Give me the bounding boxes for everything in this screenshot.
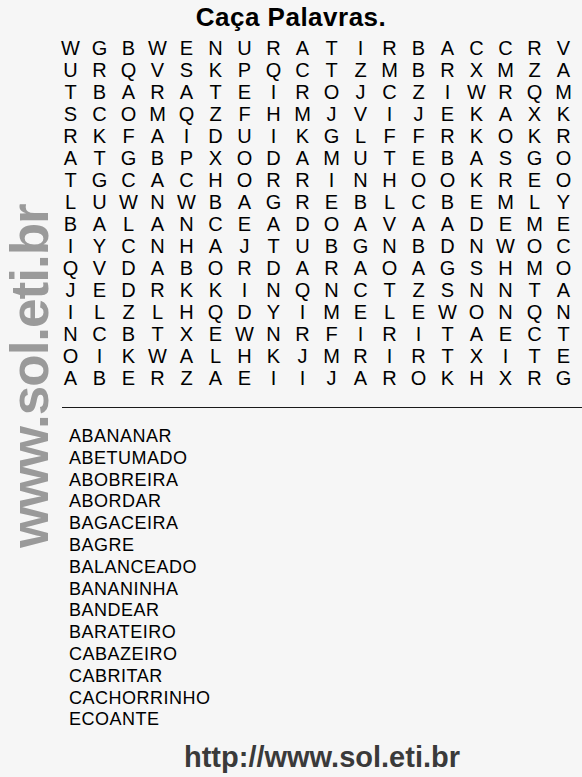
grid-cell-r3c5[interactable]: A bbox=[172, 81, 201, 103]
grid-cell-r10c3[interactable]: C bbox=[114, 235, 143, 257]
grid-cell-r11c10[interactable]: R bbox=[317, 257, 346, 279]
grid-cell-r3c11[interactable]: J bbox=[346, 81, 375, 103]
grid-cell-r13c1[interactable]: I bbox=[56, 301, 85, 323]
grid-cell-r13c17[interactable]: Q bbox=[520, 301, 549, 323]
grid-cell-r7c5[interactable]: C bbox=[172, 169, 201, 191]
grid-cell-r2c8[interactable]: Q bbox=[259, 59, 288, 81]
grid-cell-r2c7[interactable]: P bbox=[230, 59, 259, 81]
grid-cell-r4c12[interactable]: I bbox=[375, 103, 404, 125]
grid-cell-r12c14[interactable]: S bbox=[433, 279, 462, 301]
grid-cell-r12c3[interactable]: D bbox=[114, 279, 143, 301]
grid-cell-r12c16[interactable]: N bbox=[491, 279, 520, 301]
grid-cell-r11c4[interactable]: A bbox=[143, 257, 172, 279]
grid-cell-r3c4[interactable]: R bbox=[143, 81, 172, 103]
grid-cell-r9c4[interactable]: A bbox=[143, 213, 172, 235]
grid-cell-r6c10[interactable]: M bbox=[317, 147, 346, 169]
grid-cell-r16c18[interactable]: G bbox=[549, 367, 578, 389]
grid-cell-r11c11[interactable]: A bbox=[346, 257, 375, 279]
grid-cell-r16c4[interactable]: R bbox=[143, 367, 172, 389]
grid-cell-r13c6[interactable]: Q bbox=[201, 301, 230, 323]
grid-cell-r13c9[interactable]: I bbox=[288, 301, 317, 323]
grid-cell-r11c7[interactable]: R bbox=[230, 257, 259, 279]
grid-cell-r11c17[interactable]: M bbox=[520, 257, 549, 279]
grid-cell-r2c6[interactable]: K bbox=[201, 59, 230, 81]
grid-cell-r15c13[interactable]: R bbox=[404, 345, 433, 367]
grid-cell-r4c7[interactable]: F bbox=[230, 103, 259, 125]
grid-cell-r14c13[interactable]: I bbox=[404, 323, 433, 345]
grid-cell-r12c1[interactable]: J bbox=[56, 279, 85, 301]
grid-cell-r7c8[interactable]: R bbox=[259, 169, 288, 191]
grid-cell-r10c13[interactable]: B bbox=[404, 235, 433, 257]
grid-cell-r13c4[interactable]: L bbox=[143, 301, 172, 323]
grid-cell-r9c14[interactable]: A bbox=[433, 213, 462, 235]
grid-cell-r10c16[interactable]: W bbox=[491, 235, 520, 257]
grid-cell-r12c18[interactable]: A bbox=[549, 279, 578, 301]
grid-cell-r6c13[interactable]: E bbox=[404, 147, 433, 169]
grid-cell-r4c15[interactable]: K bbox=[462, 103, 491, 125]
grid-cell-r11c13[interactable]: A bbox=[404, 257, 433, 279]
grid-cell-r11c5[interactable]: B bbox=[172, 257, 201, 279]
grid-cell-r5c4[interactable]: A bbox=[143, 125, 172, 147]
word-list-item: ABORDAR bbox=[69, 491, 211, 513]
grid-cell-r2c14[interactable]: R bbox=[433, 59, 462, 81]
grid-cell-r3c8[interactable]: I bbox=[259, 81, 288, 103]
grid-cell-r3c16[interactable]: R bbox=[491, 81, 520, 103]
grid-cell-r12c15[interactable]: N bbox=[462, 279, 491, 301]
grid-cell-r6c11[interactable]: U bbox=[346, 147, 375, 169]
grid-cell-r5c12[interactable]: F bbox=[375, 125, 404, 147]
grid-cell-r8c3[interactable]: W bbox=[114, 191, 143, 213]
grid-cell-r13c11[interactable]: E bbox=[346, 301, 375, 323]
grid-cell-r6c17[interactable]: G bbox=[520, 147, 549, 169]
grid-cell-r12c5[interactable]: K bbox=[172, 279, 201, 301]
grid-cell-r1c6[interactable]: N bbox=[201, 37, 230, 59]
grid-cell-r14c16[interactable]: E bbox=[491, 323, 520, 345]
grid-cell-r9c7[interactable]: E bbox=[230, 213, 259, 235]
grid-cell-r14c17[interactable]: C bbox=[520, 323, 549, 345]
grid-cell-r9c15[interactable]: D bbox=[462, 213, 491, 235]
grid-cell-r1c2[interactable]: G bbox=[85, 37, 114, 59]
grid-cell-r9c5[interactable]: N bbox=[172, 213, 201, 235]
grid-cell-r9c16[interactable]: E bbox=[491, 213, 520, 235]
grid-cell-r12c8[interactable]: N bbox=[259, 279, 288, 301]
grid-cell-r15c2[interactable]: I bbox=[85, 345, 114, 367]
grid-cell-r4c1[interactable]: S bbox=[56, 103, 85, 125]
grid-cell-r5c15[interactable]: K bbox=[462, 125, 491, 147]
grid-cell-r6c14[interactable]: B bbox=[433, 147, 462, 169]
grid-cell-r14c10[interactable]: F bbox=[317, 323, 346, 345]
grid-cell-r2c15[interactable]: X bbox=[462, 59, 491, 81]
grid-cell-r11c15[interactable]: S bbox=[462, 257, 491, 279]
grid-cell-r7c11[interactable]: N bbox=[346, 169, 375, 191]
grid-cell-r2c2[interactable]: R bbox=[85, 59, 114, 81]
grid-cell-r16c12[interactable]: R bbox=[375, 367, 404, 389]
grid-cell-r6c18[interactable]: O bbox=[549, 147, 578, 169]
grid-cell-r13c8[interactable]: Y bbox=[259, 301, 288, 323]
grid-cell-r6c15[interactable]: A bbox=[462, 147, 491, 169]
grid-cell-r6c12[interactable]: T bbox=[375, 147, 404, 169]
grid-cell-r11c3[interactable]: D bbox=[114, 257, 143, 279]
grid-cell-r16c13[interactable]: O bbox=[404, 367, 433, 389]
grid-cell-r12c10[interactable]: N bbox=[317, 279, 346, 301]
grid-cell-r6c4[interactable]: B bbox=[143, 147, 172, 169]
grid-cell-r8c7[interactable]: A bbox=[230, 191, 259, 213]
grid-cell-r14c8[interactable]: N bbox=[259, 323, 288, 345]
grid-cell-r8c2[interactable]: U bbox=[85, 191, 114, 213]
grid-cell-r5c11[interactable]: L bbox=[346, 125, 375, 147]
grid-cell-r11c12[interactable]: O bbox=[375, 257, 404, 279]
grid-cell-r8c4[interactable]: N bbox=[143, 191, 172, 213]
grid-cell-r8c16[interactable]: M bbox=[491, 191, 520, 213]
grid-cell-r5c2[interactable]: K bbox=[85, 125, 114, 147]
grid-cell-r14c5[interactable]: X bbox=[172, 323, 201, 345]
grid-cell-r1c12[interactable]: R bbox=[375, 37, 404, 59]
grid-cell-r9c2[interactable]: A bbox=[85, 213, 114, 235]
grid-cell-r8c5[interactable]: W bbox=[172, 191, 201, 213]
grid-cell-r10c8[interactable]: T bbox=[259, 235, 288, 257]
grid-cell-r5c13[interactable]: F bbox=[404, 125, 433, 147]
grid-cell-r3c7[interactable]: E bbox=[230, 81, 259, 103]
grid-cell-r2c1[interactable]: U bbox=[56, 59, 85, 81]
grid-cell-r3c17[interactable]: Q bbox=[520, 81, 549, 103]
grid-cell-r8c10[interactable]: E bbox=[317, 191, 346, 213]
grid-cell-r8c12[interactable]: L bbox=[375, 191, 404, 213]
grid-cell-r1c1[interactable]: W bbox=[56, 37, 85, 59]
grid-cell-r1c7[interactable]: U bbox=[230, 37, 259, 59]
grid-cell-r10c18[interactable]: C bbox=[549, 235, 578, 257]
grid-cell-r8c17[interactable]: L bbox=[520, 191, 549, 213]
grid-cell-r11c9[interactable]: A bbox=[288, 257, 317, 279]
grid-cell-r3c13[interactable]: Z bbox=[404, 81, 433, 103]
grid-cell-r15c15[interactable]: X bbox=[462, 345, 491, 367]
grid-cell-r15c8[interactable]: K bbox=[259, 345, 288, 367]
grid-cell-r15c10[interactable]: M bbox=[317, 345, 346, 367]
grid-cell-r3c18[interactable]: M bbox=[549, 81, 578, 103]
grid-cell-r11c1[interactable]: Q bbox=[56, 257, 85, 279]
grid-cell-r1c13[interactable]: B bbox=[404, 37, 433, 59]
grid-cell-r4c18[interactable]: K bbox=[549, 103, 578, 125]
grid-cell-r16c10[interactable]: J bbox=[317, 367, 346, 389]
grid-cell-r8c11[interactable]: B bbox=[346, 191, 375, 213]
grid-cell-r16c17[interactable]: R bbox=[520, 367, 549, 389]
grid-cell-r1c14[interactable]: A bbox=[433, 37, 462, 59]
grid-cell-r7c2[interactable]: G bbox=[85, 169, 114, 191]
grid-cell-r5c17[interactable]: K bbox=[520, 125, 549, 147]
grid-cell-r12c2[interactable]: E bbox=[85, 279, 114, 301]
grid-cell-r3c1[interactable]: T bbox=[56, 81, 85, 103]
grid-cell-r10c6[interactable]: A bbox=[201, 235, 230, 257]
grid-cell-r10c5[interactable]: H bbox=[172, 235, 201, 257]
grid-cell-r5c16[interactable]: O bbox=[491, 125, 520, 147]
grid-cell-r1c9[interactable]: A bbox=[288, 37, 317, 59]
grid-cell-r4c4[interactable]: M bbox=[143, 103, 172, 125]
grid-cell-r10c14[interactable]: D bbox=[433, 235, 462, 257]
grid-cell-r8c18[interactable]: Y bbox=[549, 191, 578, 213]
grid-cell-r14c4[interactable]: T bbox=[143, 323, 172, 345]
grid-cell-r14c1[interactable]: N bbox=[56, 323, 85, 345]
word-list-item: ABANANAR bbox=[69, 426, 211, 448]
grid-cell-r10c2[interactable]: Y bbox=[85, 235, 114, 257]
grid-cell-r8c8[interactable]: G bbox=[259, 191, 288, 213]
grid-cell-r8c9[interactable]: R bbox=[288, 191, 317, 213]
divider-line bbox=[62, 407, 582, 408]
grid-cell-r10c7[interactable]: J bbox=[230, 235, 259, 257]
grid-cell-r6c16[interactable]: S bbox=[491, 147, 520, 169]
grid-cell-r7c9[interactable]: R bbox=[288, 169, 317, 191]
grid-cell-r13c13[interactable]: E bbox=[404, 301, 433, 323]
grid-cell-r2c10[interactable]: T bbox=[317, 59, 346, 81]
grid-cell-r9c13[interactable]: A bbox=[404, 213, 433, 235]
grid-cell-r15c3[interactable]: K bbox=[114, 345, 143, 367]
word-list-item: BANDEAR bbox=[69, 600, 211, 622]
grid-cell-r5c9[interactable]: K bbox=[288, 125, 317, 147]
grid-cell-r11c14[interactable]: G bbox=[433, 257, 462, 279]
grid-cell-r9c6[interactable]: C bbox=[201, 213, 230, 235]
grid-cell-r14c7[interactable]: W bbox=[230, 323, 259, 345]
grid-cell-r12c13[interactable]: Z bbox=[404, 279, 433, 301]
grid-cell-r15c18[interactable]: E bbox=[549, 345, 578, 367]
grid-cell-r1c5[interactable]: E bbox=[172, 37, 201, 59]
grid-cell-r10c1[interactable]: I bbox=[56, 235, 85, 257]
grid-cell-r15c6[interactable]: L bbox=[201, 345, 230, 367]
grid-cell-r1c11[interactable]: I bbox=[346, 37, 375, 59]
grid-cell-r15c14[interactable]: T bbox=[433, 345, 462, 367]
grid-cell-r7c1[interactable]: T bbox=[56, 169, 85, 191]
grid-cell-r12c17[interactable]: T bbox=[520, 279, 549, 301]
grid-cell-r11c8[interactable]: D bbox=[259, 257, 288, 279]
grid-cell-r5c8[interactable]: I bbox=[259, 125, 288, 147]
grid-cell-r2c13[interactable]: B bbox=[404, 59, 433, 81]
grid-cell-r7c7[interactable]: O bbox=[230, 169, 259, 191]
grid-cell-r4c16[interactable]: A bbox=[491, 103, 520, 125]
grid-cell-r10c17[interactable]: O bbox=[520, 235, 549, 257]
grid-cell-r6c6[interactable]: X bbox=[201, 147, 230, 169]
grid-cell-r15c7[interactable]: H bbox=[230, 345, 259, 367]
grid-cell-r11c2[interactable]: V bbox=[85, 257, 114, 279]
grid-cell-r9c9[interactable]: D bbox=[288, 213, 317, 235]
grid-cell-r4c6[interactable]: Z bbox=[201, 103, 230, 125]
grid-cell-r7c6[interactable]: H bbox=[201, 169, 230, 191]
grid-cell-r1c3[interactable]: B bbox=[114, 37, 143, 59]
grid-cell-r15c5[interactable]: A bbox=[172, 345, 201, 367]
grid-cell-r4c13[interactable]: J bbox=[404, 103, 433, 125]
grid-cell-r3c6[interactable]: T bbox=[201, 81, 230, 103]
grid-cell-r5c3[interactable]: F bbox=[114, 125, 143, 147]
grid-cell-r15c9[interactable]: J bbox=[288, 345, 317, 367]
grid-cell-r14c11[interactable]: I bbox=[346, 323, 375, 345]
grid-cell-r11c16[interactable]: H bbox=[491, 257, 520, 279]
grid-cell-r12c11[interactable]: C bbox=[346, 279, 375, 301]
grid-cell-r12c12[interactable]: T bbox=[375, 279, 404, 301]
grid-cell-r6c3[interactable]: G bbox=[114, 147, 143, 169]
grid-cell-r16c2[interactable]: B bbox=[85, 367, 114, 389]
grid-cell-r3c12[interactable]: C bbox=[375, 81, 404, 103]
grid-cell-r1c8[interactable]: R bbox=[259, 37, 288, 59]
grid-cell-r1c4[interactable]: W bbox=[143, 37, 172, 59]
grid-cell-r10c12[interactable]: N bbox=[375, 235, 404, 257]
grid-cell-r7c12[interactable]: H bbox=[375, 169, 404, 191]
grid-cell-r9c10[interactable]: O bbox=[317, 213, 346, 235]
grid-cell-r7c15[interactable]: K bbox=[462, 169, 491, 191]
grid-cell-r10c9[interactable]: U bbox=[288, 235, 317, 257]
grid-cell-r14c3[interactable]: B bbox=[114, 323, 143, 345]
grid-cell-r16c7[interactable]: E bbox=[230, 367, 259, 389]
grid-cell-r9c8[interactable]: A bbox=[259, 213, 288, 235]
word-list-item: CABAZEIRO bbox=[69, 644, 211, 666]
grid-cell-r15c1[interactable]: O bbox=[56, 345, 85, 367]
grid-cell-r5c14[interactable]: R bbox=[433, 125, 462, 147]
grid-cell-r4c17[interactable]: X bbox=[520, 103, 549, 125]
grid-cell-r8c15[interactable]: E bbox=[462, 191, 491, 213]
grid-cell-r14c15[interactable]: A bbox=[462, 323, 491, 345]
grid-cell-r12c7[interactable]: I bbox=[230, 279, 259, 301]
grid-cell-r5c18[interactable]: R bbox=[549, 125, 578, 147]
grid-cell-r7c13[interactable]: O bbox=[404, 169, 433, 191]
grid-cell-r10c10[interactable]: B bbox=[317, 235, 346, 257]
grid-cell-r14c9[interactable]: R bbox=[288, 323, 317, 345]
grid-cell-r3c9[interactable]: R bbox=[288, 81, 317, 103]
grid-cell-r4c3[interactable]: O bbox=[114, 103, 143, 125]
grid-cell-r2c4[interactable]: V bbox=[143, 59, 172, 81]
grid-cell-r13c10[interactable]: M bbox=[317, 301, 346, 323]
grid-cell-r7c17[interactable]: E bbox=[520, 169, 549, 191]
word-list-item: ABETUMADO bbox=[69, 448, 211, 470]
grid-cell-r2c12[interactable]: M bbox=[375, 59, 404, 81]
grid-cell-r2c3[interactable]: Q bbox=[114, 59, 143, 81]
grid-cell-r13c16[interactable]: N bbox=[491, 301, 520, 323]
grid-cell-r16c11[interactable]: A bbox=[346, 367, 375, 389]
grid-cell-r2c16[interactable]: M bbox=[491, 59, 520, 81]
grid-cell-r13c12[interactable]: L bbox=[375, 301, 404, 323]
grid-cell-r13c15[interactable]: O bbox=[462, 301, 491, 323]
grid-cell-r3c15[interactable]: W bbox=[462, 81, 491, 103]
grid-cell-r14c14[interactable]: T bbox=[433, 323, 462, 345]
grid-cell-r6c8[interactable]: D bbox=[259, 147, 288, 169]
grid-cell-r3c14[interactable]: I bbox=[433, 81, 462, 103]
grid-cell-r16c8[interactable]: I bbox=[259, 367, 288, 389]
word-search-grid: WGBWENURATIRBACCRVURQVSKPQCTZMBRXMZATBAR… bbox=[56, 37, 578, 389]
grid-cell-r11c18[interactable]: O bbox=[549, 257, 578, 279]
grid-cell-r7c18[interactable]: O bbox=[549, 169, 578, 191]
grid-cell-r2c17[interactable]: Z bbox=[520, 59, 549, 81]
grid-cell-r16c5[interactable]: Z bbox=[172, 367, 201, 389]
grid-cell-r9c18[interactable]: E bbox=[549, 213, 578, 235]
grid-cell-r1c10[interactable]: T bbox=[317, 37, 346, 59]
grid-cell-r6c2[interactable]: T bbox=[85, 147, 114, 169]
grid-cell-r13c14[interactable]: W bbox=[433, 301, 462, 323]
grid-cell-r1c17[interactable]: R bbox=[520, 37, 549, 59]
grid-cell-r10c4[interactable]: N bbox=[143, 235, 172, 257]
grid-cell-r2c11[interactable]: Z bbox=[346, 59, 375, 81]
grid-cell-r14c6[interactable]: E bbox=[201, 323, 230, 345]
grid-cell-r1c16[interactable]: C bbox=[491, 37, 520, 59]
grid-cell-r7c16[interactable]: R bbox=[491, 169, 520, 191]
grid-cell-r15c12[interactable]: I bbox=[375, 345, 404, 367]
grid-cell-r2c18[interactable]: A bbox=[549, 59, 578, 81]
grid-cell-r1c15[interactable]: C bbox=[462, 37, 491, 59]
grid-cell-r6c1[interactable]: A bbox=[56, 147, 85, 169]
grid-cell-r15c4[interactable]: W bbox=[143, 345, 172, 367]
grid-cell-r15c17[interactable]: T bbox=[520, 345, 549, 367]
grid-cell-r13c5[interactable]: H bbox=[172, 301, 201, 323]
grid-cell-r6c5[interactable]: P bbox=[172, 147, 201, 169]
grid-cell-r5c10[interactable]: G bbox=[317, 125, 346, 147]
grid-cell-r14c12[interactable]: R bbox=[375, 323, 404, 345]
grid-cell-r13c7[interactable]: D bbox=[230, 301, 259, 323]
word-list: ABANANARABETUMADOABOBREIRAABORDARBAGACEI… bbox=[69, 426, 211, 731]
grid-cell-r5c6[interactable]: D bbox=[201, 125, 230, 147]
grid-cell-r14c2[interactable]: C bbox=[85, 323, 114, 345]
grid-cell-r16c14[interactable]: K bbox=[433, 367, 462, 389]
grid-cell-r16c9[interactable]: I bbox=[288, 367, 317, 389]
grid-cell-r12c6[interactable]: K bbox=[201, 279, 230, 301]
grid-cell-r2c5[interactable]: S bbox=[172, 59, 201, 81]
grid-cell-r4c8[interactable]: H bbox=[259, 103, 288, 125]
grid-cell-r6c7[interactable]: O bbox=[230, 147, 259, 169]
grid-cell-r15c11[interactable]: R bbox=[346, 345, 375, 367]
grid-cell-r16c15[interactable]: H bbox=[462, 367, 491, 389]
grid-cell-r13c2[interactable]: L bbox=[85, 301, 114, 323]
grid-cell-r9c12[interactable]: V bbox=[375, 213, 404, 235]
grid-cell-r7c3[interactable]: C bbox=[114, 169, 143, 191]
grid-cell-r13c3[interactable]: Z bbox=[114, 301, 143, 323]
grid-cell-r9c3[interactable]: L bbox=[114, 213, 143, 235]
grid-cell-r16c1[interactable]: A bbox=[56, 367, 85, 389]
grid-cell-r14c18[interactable]: T bbox=[549, 323, 578, 345]
grid-cell-r8c6[interactable]: B bbox=[201, 191, 230, 213]
grid-cell-r8c14[interactable]: B bbox=[433, 191, 462, 213]
grid-cell-r4c11[interactable]: V bbox=[346, 103, 375, 125]
grid-cell-r3c10[interactable]: O bbox=[317, 81, 346, 103]
grid-cell-r4c9[interactable]: M bbox=[288, 103, 317, 125]
word-list-item: ABOBREIRA bbox=[69, 470, 211, 492]
footer-url: http://www.sol.eti.br bbox=[62, 741, 582, 774]
grid-cell-r5c7[interactable]: U bbox=[230, 125, 259, 147]
grid-cell-r2c9[interactable]: C bbox=[288, 59, 317, 81]
grid-cell-r16c6[interactable]: A bbox=[201, 367, 230, 389]
grid-cell-r12c4[interactable]: R bbox=[143, 279, 172, 301]
grid-cell-r15c16[interactable]: I bbox=[491, 345, 520, 367]
grid-cell-r1c18[interactable]: V bbox=[549, 37, 578, 59]
grid-cell-r9c11[interactable]: A bbox=[346, 213, 375, 235]
grid-cell-r9c1[interactable]: B bbox=[56, 213, 85, 235]
grid-cell-r13c18[interactable]: N bbox=[549, 301, 578, 323]
grid-cell-r16c16[interactable]: X bbox=[491, 367, 520, 389]
grid-cell-r4c10[interactable]: J bbox=[317, 103, 346, 125]
grid-cell-r10c15[interactable]: N bbox=[462, 235, 491, 257]
grid-cell-r16c3[interactable]: E bbox=[114, 367, 143, 389]
grid-cell-r7c4[interactable]: A bbox=[143, 169, 172, 191]
word-list-item: BAGRE bbox=[69, 535, 211, 557]
grid-cell-r3c2[interactable]: B bbox=[85, 81, 114, 103]
grid-cell-r5c5[interactable]: I bbox=[172, 125, 201, 147]
watermark-text: www.sol.eti.br bbox=[0, 204, 60, 547]
grid-cell-r12c9[interactable]: Q bbox=[288, 279, 317, 301]
grid-cell-r10c11[interactable]: G bbox=[346, 235, 375, 257]
grid-cell-r3c3[interactable]: A bbox=[114, 81, 143, 103]
grid-cell-r6c9[interactable]: A bbox=[288, 147, 317, 169]
grid-cell-r8c1[interactable]: L bbox=[56, 191, 85, 213]
grid-cell-r8c13[interactable]: C bbox=[404, 191, 433, 213]
grid-cell-r11c6[interactable]: O bbox=[201, 257, 230, 279]
grid-cell-r4c2[interactable]: C bbox=[85, 103, 114, 125]
grid-cell-r7c10[interactable]: I bbox=[317, 169, 346, 191]
grid-cell-r4c5[interactable]: Q bbox=[172, 103, 201, 125]
grid-cell-r9c17[interactable]: M bbox=[520, 213, 549, 235]
grid-cell-r4c14[interactable]: E bbox=[433, 103, 462, 125]
grid-cell-r7c14[interactable]: O bbox=[433, 169, 462, 191]
grid-cell-r5c1[interactable]: R bbox=[56, 125, 85, 147]
